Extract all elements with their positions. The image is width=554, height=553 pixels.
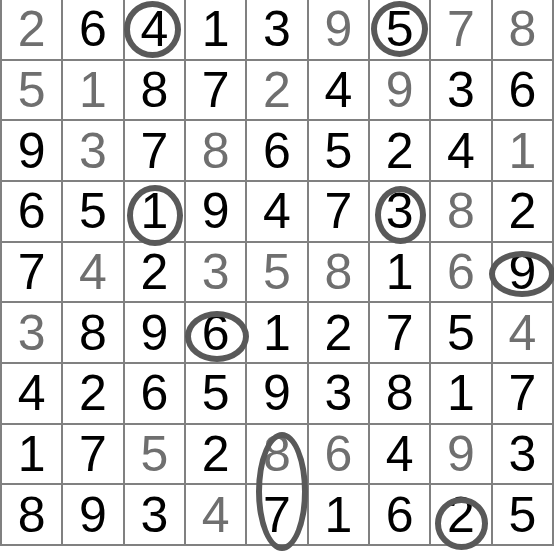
cell-r8c1[interactable]: 1	[2, 425, 63, 486]
cell-r2c7[interactable]: 9	[370, 61, 431, 122]
cell-r3c5[interactable]: 6	[247, 121, 308, 182]
cell-r5c4[interactable]: 3	[186, 243, 247, 304]
cell-r8c3[interactable]: 5	[125, 425, 186, 486]
cell-r1c2[interactable]: 6	[63, 0, 124, 61]
cell-r9c5[interactable]: 7	[247, 485, 308, 546]
cell-r2c6[interactable]: 4	[309, 61, 370, 122]
cell-r9c4[interactable]: 4	[186, 485, 247, 546]
cell-r9c7[interactable]: 6	[370, 485, 431, 546]
cell-r9c2[interactable]: 9	[63, 485, 124, 546]
cell-r8c5[interactable]: 8	[247, 425, 308, 486]
cell-r3c1[interactable]: 9	[2, 121, 63, 182]
cell-r7c1[interactable]: 4	[2, 364, 63, 425]
cell-r2c9[interactable]: 6	[493, 61, 554, 122]
cell-r6c9[interactable]: 4	[493, 303, 554, 364]
cell-r7c5[interactable]: 9	[247, 364, 308, 425]
cell-r3c4[interactable]: 8	[186, 121, 247, 182]
cell-r7c4[interactable]: 5	[186, 364, 247, 425]
cell-r4c7[interactable]: 3	[370, 182, 431, 243]
cell-r4c6[interactable]: 7	[309, 182, 370, 243]
cell-r4c2[interactable]: 5	[63, 182, 124, 243]
cell-r1c5[interactable]: 3	[247, 0, 308, 61]
cell-r9c3[interactable]: 3	[125, 485, 186, 546]
cell-r2c4[interactable]: 7	[186, 61, 247, 122]
cell-r4c8[interactable]: 8	[431, 182, 492, 243]
cell-r9c8[interactable]: 2	[431, 485, 492, 546]
cell-r5c9[interactable]: 9	[493, 243, 554, 304]
cell-r6c3[interactable]: 9	[125, 303, 186, 364]
cell-r6c4[interactable]: 6	[186, 303, 247, 364]
cell-r3c2[interactable]: 3	[63, 121, 124, 182]
cell-r7c9[interactable]: 7	[493, 364, 554, 425]
sudoku-grid: 2641395785187249369378652416519473827423…	[0, 0, 554, 546]
cell-r6c7[interactable]: 7	[370, 303, 431, 364]
cell-r6c6[interactable]: 2	[309, 303, 370, 364]
cell-r7c8[interactable]: 1	[431, 364, 492, 425]
cell-r8c8[interactable]: 9	[431, 425, 492, 486]
cell-r6c8[interactable]: 5	[431, 303, 492, 364]
cell-r5c7[interactable]: 1	[370, 243, 431, 304]
cell-r1c3[interactable]: 4	[125, 0, 186, 61]
cell-r7c6[interactable]: 3	[309, 364, 370, 425]
cell-r8c6[interactable]: 6	[309, 425, 370, 486]
cell-r9c9[interactable]: 5	[493, 485, 554, 546]
cell-r7c7[interactable]: 8	[370, 364, 431, 425]
cell-r7c3[interactable]: 6	[125, 364, 186, 425]
cell-r5c6[interactable]: 8	[309, 243, 370, 304]
cell-r4c9[interactable]: 2	[493, 182, 554, 243]
cell-r8c7[interactable]: 4	[370, 425, 431, 486]
cell-r5c8[interactable]: 6	[431, 243, 492, 304]
cell-r2c2[interactable]: 1	[63, 61, 124, 122]
cell-r4c3[interactable]: 1	[125, 182, 186, 243]
cell-r5c2[interactable]: 4	[63, 243, 124, 304]
cell-r4c4[interactable]: 9	[186, 182, 247, 243]
cell-r2c8[interactable]: 3	[431, 61, 492, 122]
cell-r3c9[interactable]: 1	[493, 121, 554, 182]
cell-r8c4[interactable]: 2	[186, 425, 247, 486]
cell-r1c7[interactable]: 5	[370, 0, 431, 61]
cell-r1c9[interactable]: 8	[493, 0, 554, 61]
cell-r6c5[interactable]: 1	[247, 303, 308, 364]
cell-r6c1[interactable]: 3	[2, 303, 63, 364]
cell-r2c3[interactable]: 8	[125, 61, 186, 122]
cell-r1c6[interactable]: 9	[309, 0, 370, 61]
cell-r2c1[interactable]: 5	[2, 61, 63, 122]
cell-r3c7[interactable]: 2	[370, 121, 431, 182]
cell-r1c1[interactable]: 2	[2, 0, 63, 61]
cell-r1c4[interactable]: 1	[186, 0, 247, 61]
cell-r3c6[interactable]: 5	[309, 121, 370, 182]
cell-r9c1[interactable]: 8	[2, 485, 63, 546]
cell-r5c1[interactable]: 7	[2, 243, 63, 304]
cell-r1c8[interactable]: 7	[431, 0, 492, 61]
cell-r3c3[interactable]: 7	[125, 121, 186, 182]
cell-r9c6[interactable]: 1	[309, 485, 370, 546]
cell-r4c5[interactable]: 4	[247, 182, 308, 243]
cell-r2c5[interactable]: 2	[247, 61, 308, 122]
cell-r5c5[interactable]: 5	[247, 243, 308, 304]
cell-r7c2[interactable]: 2	[63, 364, 124, 425]
cell-r4c1[interactable]: 6	[2, 182, 63, 243]
sudoku-screenshot: 2641395785187249369378652416519473827423…	[0, 0, 554, 553]
cell-r6c2[interactable]: 8	[63, 303, 124, 364]
cell-r8c9[interactable]: 3	[493, 425, 554, 486]
cell-r8c2[interactable]: 7	[63, 425, 124, 486]
cell-r5c3[interactable]: 2	[125, 243, 186, 304]
cell-r3c8[interactable]: 4	[431, 121, 492, 182]
